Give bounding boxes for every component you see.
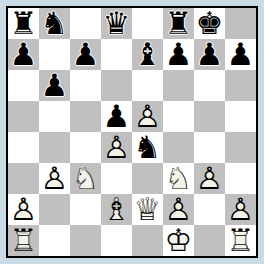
piece-black-knight-icon[interactable]: ♞ [39, 8, 70, 39]
piece-black-bishop-icon[interactable]: ♝ [132, 39, 163, 70]
square-d4[interactable]: ♟♙ [101, 132, 132, 163]
square-c3[interactable]: ♞♘ [70, 163, 101, 194]
square-e4[interactable]: ♞ [132, 132, 163, 163]
square-h1[interactable]: ♜♖ [225, 225, 256, 256]
square-h4[interactable] [225, 132, 256, 163]
white-piece-outline: ♕ [134, 193, 162, 224]
white-piece-outline: ♖ [227, 224, 255, 255]
square-a5[interactable] [8, 101, 39, 132]
square-g5[interactable] [194, 101, 225, 132]
white-piece-outline: ♘ [165, 162, 193, 193]
piece-black-pawn-icon[interactable]: ♟ [225, 39, 256, 70]
square-d1[interactable] [101, 225, 132, 256]
black-piece-glyph: ♟ [72, 38, 100, 69]
piece-white-bishop-icon[interactable]: ♝♗ [101, 194, 132, 225]
square-b6[interactable]: ♟ [39, 70, 70, 101]
piece-black-queen-icon[interactable]: ♛ [101, 8, 132, 39]
piece-black-pawn-icon[interactable]: ♟ [194, 39, 225, 70]
black-piece-glyph: ♟ [103, 100, 131, 131]
black-piece-glyph: ♜ [165, 7, 193, 38]
square-a4[interactable] [8, 132, 39, 163]
white-piece-outline: ♙ [165, 193, 193, 224]
black-piece-glyph: ♛ [103, 7, 131, 38]
square-c7[interactable]: ♟ [70, 39, 101, 70]
square-d7[interactable] [101, 39, 132, 70]
black-piece-glyph: ♟ [41, 69, 69, 100]
piece-white-pawn-icon[interactable]: ♟♙ [101, 132, 132, 163]
white-piece-outline: ♘ [72, 162, 100, 193]
square-h5[interactable] [225, 101, 256, 132]
piece-white-rook-icon[interactable]: ♜♖ [225, 225, 256, 256]
square-d2[interactable]: ♝♗ [101, 194, 132, 225]
square-g3[interactable]: ♟♙ [194, 163, 225, 194]
square-g7[interactable]: ♟ [194, 39, 225, 70]
black-piece-glyph: ♟ [227, 38, 255, 69]
square-b3[interactable]: ♟♙ [39, 163, 70, 194]
black-piece-glyph: ♚ [196, 7, 224, 38]
piece-black-pawn-icon[interactable]: ♟ [8, 39, 39, 70]
black-piece-glyph: ♞ [134, 131, 162, 162]
square-f6[interactable] [163, 70, 194, 101]
square-e7[interactable]: ♝ [132, 39, 163, 70]
chess-board: ♜♞♛♜♚♟♟♝♟♟♟♟♟♟♙♟♙♞♟♙♞♘♞♘♟♙♟♙♝♗♛♕♟♙♟♙♜♖♚♔… [6, 6, 258, 258]
piece-white-pawn-icon[interactable]: ♟♙ [194, 163, 225, 194]
white-piece-outline: ♗ [103, 193, 131, 224]
piece-black-pawn-icon[interactable]: ♟ [163, 39, 194, 70]
white-piece-outline: ♙ [227, 193, 255, 224]
square-e1[interactable] [132, 225, 163, 256]
square-g1[interactable] [194, 225, 225, 256]
black-piece-glyph: ♝ [134, 38, 162, 69]
square-d8[interactable]: ♛ [101, 8, 132, 39]
square-e2[interactable]: ♛♕ [132, 194, 163, 225]
white-piece-outline: ♙ [41, 162, 69, 193]
square-a7[interactable]: ♟ [8, 39, 39, 70]
piece-white-pawn-icon[interactable]: ♟♙ [39, 163, 70, 194]
white-piece-outline: ♙ [196, 162, 224, 193]
black-piece-glyph: ♟ [196, 38, 224, 69]
piece-white-king-icon[interactable]: ♚♔ [163, 225, 194, 256]
white-piece-outline: ♔ [165, 224, 193, 255]
piece-white-queen-icon[interactable]: ♛♕ [132, 194, 163, 225]
board-frame: ♜♞♛♜♚♟♟♝♟♟♟♟♟♟♙♟♙♞♟♙♞♘♞♘♟♙♟♙♝♗♛♕♟♙♟♙♜♖♚♔… [0, 0, 264, 264]
square-g2[interactable] [194, 194, 225, 225]
black-piece-glyph: ♞ [41, 7, 69, 38]
square-f1[interactable]: ♚♔ [163, 225, 194, 256]
black-piece-glyph: ♟ [10, 38, 38, 69]
white-piece-outline: ♙ [103, 131, 131, 162]
square-h7[interactable]: ♟ [225, 39, 256, 70]
white-piece-outline: ♖ [10, 224, 38, 255]
square-b8[interactable]: ♞ [39, 8, 70, 39]
square-b5[interactable] [39, 101, 70, 132]
square-b1[interactable] [39, 225, 70, 256]
black-piece-glyph: ♟ [165, 38, 193, 69]
square-c6[interactable] [70, 70, 101, 101]
piece-black-pawn-icon[interactable]: ♟ [39, 70, 70, 101]
square-g6[interactable] [194, 70, 225, 101]
piece-black-knight-icon[interactable]: ♞ [132, 132, 163, 163]
square-b2[interactable] [39, 194, 70, 225]
piece-white-rook-icon[interactable]: ♜♖ [8, 225, 39, 256]
square-c1[interactable] [70, 225, 101, 256]
white-piece-outline: ♙ [134, 100, 162, 131]
square-h6[interactable] [225, 70, 256, 101]
square-c2[interactable] [70, 194, 101, 225]
square-a6[interactable] [8, 70, 39, 101]
piece-black-pawn-icon[interactable]: ♟ [70, 39, 101, 70]
square-a1[interactable]: ♜♖ [8, 225, 39, 256]
square-c5[interactable] [70, 101, 101, 132]
square-f5[interactable] [163, 101, 194, 132]
piece-white-knight-icon[interactable]: ♞♘ [70, 163, 101, 194]
white-piece-outline: ♙ [10, 193, 38, 224]
square-f7[interactable]: ♟ [163, 39, 194, 70]
black-piece-glyph: ♜ [10, 7, 38, 38]
